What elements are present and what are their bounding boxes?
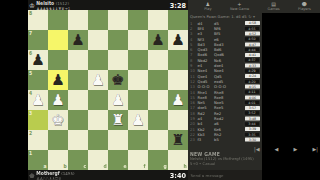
move-time-chip: 4:47 [245,42,260,46]
move-time-chip: 4:06 [245,95,260,99]
square-d2[interactable] [88,130,108,150]
black-move[interactable]: Ke6 [214,127,231,132]
white-move[interactable]: e4 [198,63,215,68]
move-time-chip: 4:01 [244,100,260,105]
white-move[interactable]: Bxd6 [198,53,215,58]
square-c4[interactable] [68,90,88,110]
new-game-timecontrol: 5+0 • Casual [190,161,260,166]
rank-label-4: 4 [29,91,32,96]
square-h2[interactable]: ♜ [168,130,188,150]
square-h4[interactable]: ♟ [168,90,188,110]
chat-input[interactable]: Send a message [188,170,262,180]
rank-label-3: 3 [29,111,32,116]
file-label-e: e [124,165,127,170]
black-move[interactable]: Rh2 [214,132,231,137]
square-e3[interactable]: ♜ [108,110,128,130]
last-move-button[interactable]: ▶| [312,146,318,152]
rank-label-1: 1 [29,151,32,156]
white-move[interactable]: d4 [198,21,215,26]
file-label-f: f [144,165,146,170]
move-time-chip: 4:24 [245,74,260,78]
move-row-20[interactable]: 20b4a63:44 [190,121,261,126]
white-move[interactable]: Bf4 [198,26,215,31]
black-move[interactable]: e6 [214,37,231,42]
replay-icon[interactable]: ↻ [248,15,251,20]
black-move[interactable]: Nc6 [214,58,231,63]
black-move[interactable]: Qd5 [214,74,231,79]
square-f2[interactable] [128,130,148,150]
square-g8[interactable] [148,10,168,30]
white-move[interactable]: a4 [198,116,215,121]
black-move[interactable]: Bd6 [214,47,231,52]
file-label-b: b [64,165,67,170]
square-d5[interactable]: ♟ [88,70,108,90]
white-move[interactable]: dxe5 [198,106,215,111]
square-d4[interactable] [88,90,108,110]
square-e2[interactable] [108,130,128,150]
white-pawn[interactable]: ♟ [108,90,128,110]
move-row-16[interactable]: 16Ne5Nxe54:01 [190,100,261,105]
square-h8[interactable] [168,10,188,30]
move-time-chip: 4:29 [244,68,260,73]
nav-item-games[interactable]: ▤Games [267,2,279,11]
move-number[interactable]: 6 [190,47,198,52]
move-number[interactable]: 8 [190,58,198,63]
move-row-10[interactable]: 10Nxe4Nxe44:29 [190,68,261,73]
black-pawn[interactable]: ♟ [148,30,168,50]
square-f3[interactable]: ♟ [128,110,148,130]
square-b6[interactable] [48,50,68,70]
square-f5[interactable] [128,70,148,90]
move-number[interactable]: 15 [190,95,198,100]
square-f4[interactable] [128,90,148,110]
black-move[interactable]: Rxd2 [214,116,231,121]
square-g6[interactable] [148,50,168,70]
black-move[interactable]: O-O-O [214,84,231,89]
square-f7[interactable] [128,30,148,50]
black-pawn[interactable]: ♟ [48,70,68,90]
file-label-h: h [184,165,187,170]
square-c3[interactable] [68,110,88,130]
square-e4[interactable]: ♟ [108,90,128,110]
square-d6[interactable] [88,50,108,70]
rank-label-8: 8 [29,11,32,16]
move-time-chip: 3:39 [245,127,260,131]
rank-label-2: 2 [29,131,32,136]
move-number[interactable]: 18 [190,111,198,116]
square-c2[interactable] [68,130,88,150]
move-time-chip: 4:41 [245,53,260,57]
white-move[interactable]: e3 [198,31,215,36]
rank-label-6: 6 [29,51,32,56]
white-move[interactable]: Ne5 [198,100,215,105]
next-move-button[interactable]: ▶ [294,146,298,152]
move-number[interactable]: 2 [190,26,198,31]
nav-item-new-game[interactable]: +New Game [230,2,249,11]
square-b7[interactable] [48,30,68,50]
square-g3[interactable] [148,110,168,130]
bottom-captured-pieces: ♙♙♘♘♗♗♖♕ [36,176,74,180]
square-b8[interactable] [48,10,68,30]
first-move-button[interactable]: |◀ [254,146,260,152]
move-number[interactable]: 16 [190,100,198,105]
white-move[interactable]: Nbd2 [198,58,215,63]
white-king-icon: ♔ [29,1,35,9]
white-move[interactable]: Nf3 [198,37,215,42]
move-number[interactable]: 3 [190,31,198,36]
move-number[interactable]: 23 [190,137,198,142]
move-list: 1d4d54:582Bf4Nf64:553e3Bf54:524Nf3e64:50… [188,20,262,142]
chess-board[interactable]: ♟♟♟♟♟♟♚♟♟♟♟♚♜♟♜87654321abcdefgh [28,10,188,170]
move-number[interactable]: 10 [190,69,198,74]
rank-label-5: 5 [29,71,32,76]
move-row-2[interactable]: 2Bf4Nf64:55 [190,26,261,31]
move-row-4[interactable]: 4Nf3e64:50 [190,36,261,41]
square-c8[interactable] [68,10,88,30]
app-window: ♔ Nelsito(1512) ♟♟♟♞♞♝♝♜♛ +1 3:28 ♟♟♟♟♟♟… [0,0,320,180]
black-move[interactable]: Nxe4 [214,69,231,74]
white-pawn[interactable]: ♟ [168,90,188,110]
square-f8[interactable] [128,10,148,30]
black-move[interactable]: a6 [214,122,231,127]
square-d8[interactable] [88,10,108,30]
move-number[interactable]: 21 [190,127,198,132]
move-number[interactable]: 14 [190,90,198,95]
move-time-chip: 4:44 [244,47,260,52]
move-time-chip: 4:52 [245,32,260,36]
top-clock: 3:28 [170,1,186,9]
nav-bar: ♟Play+New Game▤Games☻Players [188,0,320,13]
bottom-player-bar: ♚ Mothergf(1495) ♙♙♘♘♗♗♖♕ 3:40 [28,170,188,180]
square-h5[interactable] [168,70,188,90]
move-row-6[interactable]: 6Qxd3Bd64:44 [190,47,261,52]
move-row-18[interactable]: 18Rd2Re23:52 [190,111,261,116]
move-number[interactable]: 7 [190,53,198,58]
square-g4[interactable] [148,90,168,110]
move-time-chip: 3:52 [244,111,260,116]
black-rook[interactable]: ♜ [168,130,188,150]
square-h3[interactable] [168,110,188,130]
move-number[interactable]: 20 [190,122,198,127]
white-move[interactable]: Rd2 [198,111,215,116]
white-move[interactable]: Qxd5 [198,79,215,84]
black-move[interactable]: Bf5 [214,31,231,36]
move-row-9[interactable]: 9e4dxe44:33 [190,63,261,68]
white-move[interactable]: Kb3 [198,132,215,137]
opening-name: Queen's Pawn Game: 1. d4 d5 ↻ ▾ [188,13,262,20]
white-move[interactable]: Rhe1 [198,90,215,95]
move-number[interactable]: 12 [190,79,198,84]
file-label-d: d [104,165,107,170]
top-player-bar: ♔ Nelsito(1512) ♟♟♟♞♞♝♝♜♛ +1 3:28 [28,0,188,10]
square-e7[interactable] [108,30,128,50]
white-move[interactable]: Kb2 [198,127,215,132]
move-number[interactable]: 1 [190,21,198,26]
nav-item-play[interactable]: ♟Play [204,2,211,11]
move-number[interactable]: 13 [190,84,198,89]
square-b5[interactable]: ♟ [48,70,68,90]
playback-controls: |◀◀▶▶| [254,144,318,153]
move-row-21[interactable]: 21Kb2Ke63:39 [190,126,261,131]
square-g2[interactable] [148,130,168,150]
move-number[interactable]: 22 [190,132,198,137]
move-number[interactable]: 9 [190,63,198,68]
black-move[interactable]: Rhe8 [214,90,231,95]
square-e6[interactable] [108,50,128,70]
move-number[interactable]: 19 [190,116,198,121]
move-time-chip: 3:44 [244,121,260,126]
black-move[interactable]: Bxd3 [214,42,231,47]
square-g5[interactable] [148,70,168,90]
square-c7[interactable]: ♟ [68,30,88,50]
move-time-chip: 3:57 [245,106,260,110]
black-move[interactable]: Rxe5 [214,106,231,111]
move-row-22[interactable]: 22Kb3Rh23:35 [190,132,261,137]
white-move[interactable]: b4 [198,122,215,127]
white-pawn[interactable]: ♟ [88,70,108,90]
move-time-chip: 4:37 [244,58,260,63]
menu-icon[interactable]: ▾ [253,15,255,20]
move-number[interactable]: 11 [190,74,198,79]
black-move[interactable]: d5 [214,21,231,26]
move-number[interactable]: 4 [190,37,198,42]
white-move[interactable]: Rxe8 [198,95,215,100]
new-game-block: NEW GAME Nelsito (1512) vs Mothergf (149… [190,152,260,167]
file-label-c: c [84,165,87,170]
black-move[interactable]: Rxe8 [214,95,231,100]
square-e5[interactable]: ♚ [108,70,128,90]
move-time-chip: 4:55 [244,26,260,31]
move-time-chip: 4:20 [244,79,260,84]
square-c5[interactable] [68,70,88,90]
white-move[interactable]: O-O-O [198,84,215,89]
move-time-chip: 4:33 [245,64,260,68]
chat-placeholder: Send a message [191,173,224,178]
prev-move-button[interactable]: ◀ [275,146,279,152]
move-time-chip: 3:30 [245,138,260,142]
move-row-11[interactable]: 11Qxe4Qd54:24 [190,73,261,78]
white-move[interactable]: Qxe4 [198,74,215,79]
move-number[interactable]: 5 [190,42,198,47]
white-king[interactable]: ♚ [48,110,68,130]
square-d3[interactable] [88,110,108,130]
file-label-a: a [44,165,47,170]
black-pawn[interactable]: ♟ [68,30,88,50]
square-g7[interactable]: ♟ [148,30,168,50]
move-row-12[interactable]: 12Qxd5exd54:20 [190,79,261,84]
nav-item-players[interactable]: ☻Players [298,2,311,11]
black-move[interactable]: Qxd6 [214,53,231,58]
file-label-g: g [164,165,167,170]
move-time-chip: 3:48 [245,116,260,120]
bottom-clock: 3:40 [170,171,186,179]
move-time-chip: 4:58 [245,21,260,25]
move-row-19[interactable]: 19a4Rxd23:48 [190,116,261,121]
black-pawn[interactable]: ♟ [168,30,188,50]
square-e8[interactable] [108,10,128,30]
white-pawn[interactable]: ♟ [128,110,148,130]
white-move[interactable]: Qxd3 [198,47,215,52]
move-time-chip: 4:11 [244,90,260,95]
square-f6[interactable] [128,50,148,70]
black-move[interactable]: Re2 [214,111,231,116]
square-c6[interactable] [68,50,88,70]
black-move[interactable]: b5 [214,137,231,142]
square-b3[interactable]: ♚ [48,110,68,130]
square-h7[interactable]: ♟ [168,30,188,50]
square-d7[interactable] [88,30,108,50]
white-move[interactable]: Bd3 [198,42,215,47]
square-b4[interactable]: ♟ [48,90,68,110]
black-move[interactable]: dxe4 [214,63,231,68]
white-pawn[interactable]: ♟ [48,90,68,110]
black-move[interactable]: Nf6 [214,26,231,31]
move-time-chip: 4:15 [245,85,260,89]
black-king-icon: ♚ [29,171,35,179]
rank-label-7: 7 [29,31,32,36]
square-b2[interactable] [48,130,68,150]
white-move[interactable]: f3 [198,137,215,142]
move-row-23[interactable]: 23f3b53:30 [190,137,261,142]
white-move[interactable]: Nxe4 [198,69,215,74]
move-time-chip: 4:50 [244,37,260,42]
move-number[interactable]: 17 [190,106,198,111]
black-move[interactable]: Nxe5 [214,100,231,105]
move-row-8[interactable]: 8Nbd2Nc64:37 [190,58,261,63]
move-time-chip: 3:35 [244,132,260,137]
move-row-14[interactable]: 14Rhe1Rhe84:11 [190,89,261,94]
black-king[interactable]: ♚ [108,70,128,90]
square-h6[interactable] [168,50,188,70]
black-move[interactable]: exd5 [214,79,231,84]
white-rook[interactable]: ♜ [108,110,128,130]
